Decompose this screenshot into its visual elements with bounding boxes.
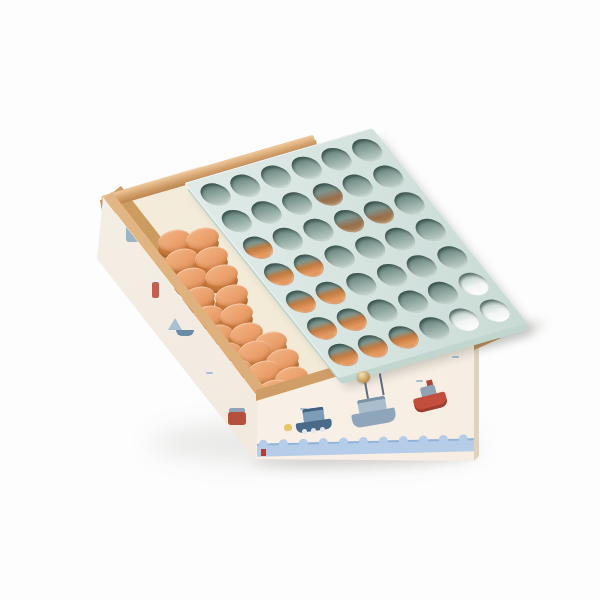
wave-bump bbox=[439, 435, 448, 444]
wave-bump bbox=[279, 439, 288, 448]
wave-bump bbox=[359, 437, 368, 446]
sky-dash bbox=[206, 372, 213, 374]
wave-bump bbox=[379, 436, 388, 445]
left-face-lighthouse bbox=[152, 282, 159, 298]
left-face-red-boat bbox=[228, 412, 246, 425]
wave-bump bbox=[339, 437, 348, 446]
sky-dash bbox=[452, 356, 459, 358]
left-face-sailboat-hull bbox=[176, 330, 194, 336]
wave-bump bbox=[299, 439, 308, 448]
brass-knob bbox=[357, 371, 370, 383]
duck-illustration bbox=[284, 423, 293, 431]
four-in-a-row-box-photo bbox=[0, 0, 600, 600]
wave-bump bbox=[419, 435, 428, 444]
logo-mark bbox=[261, 449, 266, 456]
tugboat-portholes bbox=[302, 429, 307, 434]
wave-bump bbox=[459, 434, 468, 443]
wave-bump bbox=[399, 436, 408, 445]
left-face-sailboat bbox=[168, 318, 182, 330]
sky-dash bbox=[416, 380, 423, 382]
water-waves bbox=[257, 438, 475, 457]
wave-bump bbox=[259, 440, 268, 449]
wave-bump bbox=[319, 438, 328, 447]
fireboat-hull bbox=[413, 391, 449, 414]
